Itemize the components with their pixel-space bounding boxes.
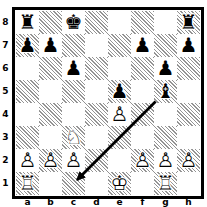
square-f5 (131, 80, 154, 103)
square-b5 (39, 80, 62, 103)
white-king: ♔ (108, 172, 131, 195)
square-d3 (85, 126, 108, 149)
rank-labels: 87654321 (0, 11, 11, 195)
square-d6 (85, 57, 108, 80)
square-c4 (62, 103, 85, 126)
square-a5 (16, 80, 39, 103)
white-rook: ♖ (154, 172, 177, 195)
white-pawn: ♙ (62, 149, 85, 172)
white-pawn: ♙ (131, 149, 154, 172)
square-h4 (177, 103, 200, 126)
white-pawn: ♙ (39, 149, 62, 172)
file-label-d: d (85, 198, 108, 207)
square-c5 (62, 80, 85, 103)
file-label-a: a (16, 198, 39, 207)
chess-diagram: 87654321 ♜♚♜♟♟♟♟♟♟♟♝♟♙♞♘♟♙♟♙♟♙♟♙♟♙♟♙♜♖♚♔… (0, 0, 207, 207)
square-e3 (108, 126, 131, 149)
white-knight: ♘ (62, 126, 85, 149)
rank-label-3: 3 (0, 126, 11, 149)
black-rook: ♜ (16, 11, 39, 34)
square-b7: ♟ (39, 34, 62, 57)
square-g4 (154, 103, 177, 126)
square-g7 (154, 34, 177, 57)
square-b1 (39, 172, 62, 195)
square-h1 (177, 172, 200, 195)
square-h2: ♟♙ (177, 149, 200, 172)
black-pawn: ♟ (62, 57, 85, 80)
square-f8 (131, 11, 154, 34)
square-e8 (108, 11, 131, 34)
square-a4 (16, 103, 39, 126)
square-d1 (85, 172, 108, 195)
black-bishop: ♝ (154, 80, 177, 103)
square-f2: ♟♙ (131, 149, 154, 172)
rank-label-6: 6 (0, 57, 11, 80)
square-b4 (39, 103, 62, 126)
black-pawn: ♟ (16, 34, 39, 57)
square-e4: ♟♙ (108, 103, 131, 126)
square-h3 (177, 126, 200, 149)
black-pawn: ♟ (39, 34, 62, 57)
file-label-e: e (108, 198, 131, 207)
square-e2 (108, 149, 131, 172)
file-label-f: f (131, 198, 154, 207)
square-b3 (39, 126, 62, 149)
black-pawn: ♟ (177, 34, 200, 57)
square-f6 (131, 57, 154, 80)
square-d8 (85, 11, 108, 34)
square-a6 (16, 57, 39, 80)
square-a3 (16, 126, 39, 149)
file-label-g: g (154, 198, 177, 207)
square-c3: ♞♘ (62, 126, 85, 149)
file-label-h: h (177, 198, 200, 207)
square-c2: ♟♙ (62, 149, 85, 172)
square-e5: ♟ (108, 80, 131, 103)
square-g3 (154, 126, 177, 149)
square-f1 (131, 172, 154, 195)
square-b6 (39, 57, 62, 80)
square-g2: ♟♙ (154, 149, 177, 172)
board-frame: ♜♚♜♟♟♟♟♟♟♟♝♟♙♞♘♟♙♟♙♟♙♟♙♟♙♟♙♜♖♚♔♜♖ (12, 7, 204, 199)
square-e6 (108, 57, 131, 80)
rank-label-5: 5 (0, 80, 11, 103)
square-h7: ♟ (177, 34, 200, 57)
file-label-b: b (39, 198, 62, 207)
rank-label-2: 2 (0, 149, 11, 172)
square-d4 (85, 103, 108, 126)
white-pawn: ♙ (177, 149, 200, 172)
square-e7 (108, 34, 131, 57)
square-g8 (154, 11, 177, 34)
white-pawn: ♙ (16, 149, 39, 172)
square-c7 (62, 34, 85, 57)
square-e1: ♚♔ (108, 172, 131, 195)
white-pawn: ♙ (108, 103, 131, 126)
square-a8: ♜ (16, 11, 39, 34)
rank-label-4: 4 (0, 103, 11, 126)
rank-label-7: 7 (0, 34, 11, 57)
square-b8 (39, 11, 62, 34)
square-g1: ♜♖ (154, 172, 177, 195)
black-pawn: ♟ (131, 34, 154, 57)
black-pawn: ♟ (154, 57, 177, 80)
square-g5: ♝ (154, 80, 177, 103)
square-c6: ♟ (62, 57, 85, 80)
black-pawn: ♟ (108, 80, 131, 103)
square-c8: ♚ (62, 11, 85, 34)
square-b2: ♟♙ (39, 149, 62, 172)
square-d5 (85, 80, 108, 103)
square-c1 (62, 172, 85, 195)
rank-label-1: 1 (0, 172, 11, 195)
square-f4 (131, 103, 154, 126)
square-h6 (177, 57, 200, 80)
square-f3 (131, 126, 154, 149)
square-d2 (85, 149, 108, 172)
rank-label-8: 8 (0, 11, 11, 34)
square-a7: ♟ (16, 34, 39, 57)
black-king: ♚ (62, 11, 85, 34)
white-rook: ♖ (16, 172, 39, 195)
square-f7: ♟ (131, 34, 154, 57)
square-a1: ♜♖ (16, 172, 39, 195)
white-pawn: ♙ (154, 149, 177, 172)
square-h5 (177, 80, 200, 103)
square-h8: ♜ (177, 11, 200, 34)
square-a2: ♟♙ (16, 149, 39, 172)
square-d7 (85, 34, 108, 57)
file-labels: abcdefgh (16, 198, 200, 207)
chess-board: ♜♚♜♟♟♟♟♟♟♟♝♟♙♞♘♟♙♟♙♟♙♟♙♟♙♟♙♜♖♚♔♜♖ (16, 11, 200, 195)
black-rook: ♜ (177, 11, 200, 34)
file-label-c: c (62, 198, 85, 207)
square-g6: ♟ (154, 57, 177, 80)
